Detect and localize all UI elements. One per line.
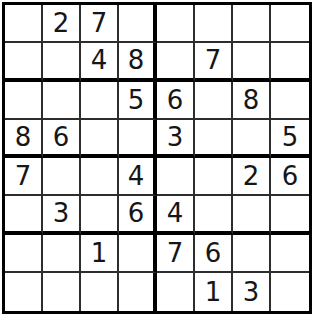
- cell-r8c2-empty[interactable]: [43, 273, 81, 311]
- cell-r6c8-empty[interactable]: [271, 196, 309, 234]
- cell-r1c3-given-7[interactable]: 7: [81, 5, 119, 43]
- cell-r1c7-empty[interactable]: [233, 5, 271, 43]
- cell-r8c6-given-1[interactable]: 1: [195, 273, 233, 311]
- cell-r6c6-empty[interactable]: [195, 196, 233, 234]
- cell-r1c6-empty[interactable]: [195, 5, 233, 43]
- cell-r8c1-empty[interactable]: [5, 273, 43, 311]
- sudoku-board: 274875688635742636417613: [2, 2, 312, 314]
- cell-r3c7-given-8[interactable]: 8: [233, 82, 271, 120]
- cell-r1c2-given-2[interactable]: 2: [43, 5, 81, 43]
- cell-r3c2-empty[interactable]: [43, 82, 81, 120]
- cell-r6c7-empty[interactable]: [233, 196, 271, 234]
- cell-r6c1-empty[interactable]: [5, 196, 43, 234]
- cell-r2c8-empty[interactable]: [271, 43, 309, 81]
- cell-r2c4-given-8[interactable]: 8: [119, 43, 157, 81]
- cell-r5c4-given-4[interactable]: 4: [119, 158, 157, 196]
- cell-r2c2-empty[interactable]: [43, 43, 81, 81]
- cell-r5c8-given-6[interactable]: 6: [271, 158, 309, 196]
- cell-r5c7-given-2[interactable]: 2: [233, 158, 271, 196]
- cell-r8c7-given-3[interactable]: 3: [233, 273, 271, 311]
- cell-r3c6-empty[interactable]: [195, 82, 233, 120]
- cell-r1c5-empty[interactable]: [157, 5, 195, 43]
- cell-r4c7-empty[interactable]: [233, 120, 271, 158]
- cell-r1c1-empty[interactable]: [5, 5, 43, 43]
- cell-r8c5-empty[interactable]: [157, 273, 195, 311]
- cell-r7c3-given-1[interactable]: 1: [81, 235, 119, 273]
- cell-r5c1-given-7[interactable]: 7: [5, 158, 43, 196]
- cell-r3c3-empty[interactable]: [81, 82, 119, 120]
- cell-r4c2-given-6[interactable]: 6: [43, 120, 81, 158]
- cell-r7c5-given-7[interactable]: 7: [157, 235, 195, 273]
- cell-r8c3-empty[interactable]: [81, 273, 119, 311]
- cell-r6c4-given-6[interactable]: 6: [119, 196, 157, 234]
- cell-r2c6-given-7[interactable]: 7: [195, 43, 233, 81]
- cell-r6c2-given-3[interactable]: 3: [43, 196, 81, 234]
- cell-r1c4-empty[interactable]: [119, 5, 157, 43]
- cell-r6c5-given-4[interactable]: 4: [157, 196, 195, 234]
- cell-r6c3-empty[interactable]: [81, 196, 119, 234]
- cell-r3c5-given-6[interactable]: 6: [157, 82, 195, 120]
- cell-r3c1-empty[interactable]: [5, 82, 43, 120]
- cell-r7c4-empty[interactable]: [119, 235, 157, 273]
- cell-r7c1-empty[interactable]: [5, 235, 43, 273]
- cell-r2c3-given-4[interactable]: 4: [81, 43, 119, 81]
- cell-r5c2-empty[interactable]: [43, 158, 81, 196]
- cell-r2c7-empty[interactable]: [233, 43, 271, 81]
- cell-r3c8-empty[interactable]: [271, 82, 309, 120]
- cell-r1c8-empty[interactable]: [271, 5, 309, 43]
- cell-r4c5-given-3[interactable]: 3: [157, 120, 195, 158]
- cell-r2c5-empty[interactable]: [157, 43, 195, 81]
- cell-r4c1-given-8[interactable]: 8: [5, 120, 43, 158]
- cell-r4c3-empty[interactable]: [81, 120, 119, 158]
- cell-r4c4-empty[interactable]: [119, 120, 157, 158]
- cell-r7c8-empty[interactable]: [271, 235, 309, 273]
- page: 274875688635742636417613: [0, 0, 312, 320]
- cell-r8c8-empty[interactable]: [271, 273, 309, 311]
- cell-r7c6-given-6[interactable]: 6: [195, 235, 233, 273]
- cell-r5c3-empty[interactable]: [81, 158, 119, 196]
- cell-r2c1-empty[interactable]: [5, 43, 43, 81]
- cell-r4c6-empty[interactable]: [195, 120, 233, 158]
- cell-r7c7-empty[interactable]: [233, 235, 271, 273]
- cell-r5c5-empty[interactable]: [157, 158, 195, 196]
- cell-r3c4-given-5[interactable]: 5: [119, 82, 157, 120]
- cell-r7c2-empty[interactable]: [43, 235, 81, 273]
- cell-r4c8-given-5[interactable]: 5: [271, 120, 309, 158]
- cell-r5c6-empty[interactable]: [195, 158, 233, 196]
- cell-r8c4-empty[interactable]: [119, 273, 157, 311]
